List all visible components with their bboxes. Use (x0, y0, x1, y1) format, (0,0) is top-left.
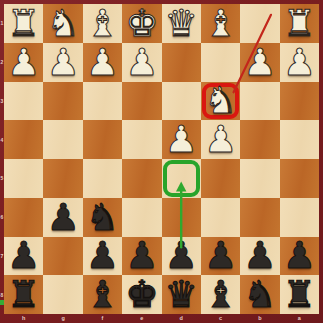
square-c1[interactable]: ♝ (201, 4, 240, 43)
square-c2[interactable] (201, 43, 240, 82)
square-a3[interactable] (280, 82, 319, 121)
square-e6[interactable] (122, 198, 161, 237)
square-e4[interactable] (122, 120, 161, 159)
piece-white-pawn[interactable]: ♟ (125, 44, 158, 81)
piece-white-rook[interactable]: ♜ (283, 5, 316, 42)
piece-black-pawn[interactable]: ♟ (243, 237, 276, 274)
piece-white-pawn[interactable]: ♟ (86, 44, 119, 81)
square-a5[interactable] (280, 159, 319, 198)
square-f3[interactable] (83, 82, 122, 121)
square-a2[interactable]: ♟ (280, 43, 319, 82)
piece-black-knight[interactable]: ♞ (86, 199, 119, 236)
square-c3[interactable]: ♞ (201, 82, 240, 121)
square-d5[interactable] (162, 159, 201, 198)
square-f8[interactable]: ♝ (83, 275, 122, 314)
square-c8[interactable]: ♝ (201, 275, 240, 314)
square-h3[interactable] (4, 82, 43, 121)
square-g1[interactable]: ♞ (43, 4, 82, 43)
square-d3[interactable] (162, 82, 201, 121)
piece-black-pawn[interactable]: ♟ (204, 237, 237, 274)
square-b5[interactable] (240, 159, 279, 198)
square-h4[interactable] (4, 120, 43, 159)
square-h6[interactable] (4, 198, 43, 237)
square-g5[interactable] (43, 159, 82, 198)
piece-white-pawn[interactable]: ♟ (243, 44, 276, 81)
piece-white-pawn[interactable]: ♟ (46, 44, 79, 81)
square-h2[interactable]: ♟ (4, 43, 43, 82)
square-g7[interactable] (43, 237, 82, 276)
square-d7[interactable]: ♟ (162, 237, 201, 276)
piece-white-knight[interactable]: ♞ (46, 5, 79, 42)
square-f2[interactable]: ♟ (83, 43, 122, 82)
square-g8[interactable] (43, 275, 82, 314)
square-f5[interactable] (83, 159, 122, 198)
square-a6[interactable] (280, 198, 319, 237)
square-f4[interactable] (83, 120, 122, 159)
piece-white-rook[interactable]: ♜ (7, 5, 40, 42)
piece-black-bishop[interactable]: ♝ (204, 276, 237, 313)
square-e3[interactable] (122, 82, 161, 121)
square-a8[interactable]: ♜ (280, 275, 319, 314)
piece-black-bishop[interactable]: ♝ (86, 276, 119, 313)
rank-label-1: 1 (1, 21, 4, 26)
piece-black-queen[interactable]: ♛ (165, 276, 198, 313)
file-label-h: h (22, 316, 25, 322)
piece-black-king[interactable]: ♚ (125, 276, 158, 313)
square-g4[interactable] (43, 120, 82, 159)
square-b7[interactable]: ♟ (240, 237, 279, 276)
square-h8[interactable]: ♜ (4, 275, 43, 314)
piece-white-pawn[interactable]: ♟ (165, 121, 198, 158)
piece-white-pawn[interactable]: ♟ (204, 121, 237, 158)
piece-black-rook[interactable]: ♜ (7, 276, 40, 313)
square-b6[interactable] (240, 198, 279, 237)
piece-black-pawn[interactable]: ♟ (86, 237, 119, 274)
rank-label-8: 8 (1, 292, 4, 297)
piece-black-pawn[interactable]: ♟ (7, 237, 40, 274)
file-label-g: g (61, 316, 64, 322)
piece-white-king[interactable]: ♚ (125, 5, 158, 42)
square-d8[interactable]: ♛ (162, 275, 201, 314)
square-e2[interactable]: ♟ (122, 43, 161, 82)
square-c5[interactable] (201, 159, 240, 198)
piece-white-pawn[interactable]: ♟ (283, 44, 316, 81)
file-label-c: c (219, 316, 222, 322)
piece-black-pawn[interactable]: ♟ (125, 237, 158, 274)
piece-white-knight[interactable]: ♞ (204, 82, 237, 119)
rank-label-3: 3 (1, 98, 4, 103)
piece-black-rook[interactable]: ♜ (283, 276, 316, 313)
square-b8[interactable]: ♞ (240, 275, 279, 314)
square-e7[interactable]: ♟ (122, 237, 161, 276)
piece-white-queen[interactable]: ♛ (165, 5, 198, 42)
square-e8[interactable]: ♚ (122, 275, 161, 314)
square-f1[interactable]: ♝ (83, 4, 122, 43)
rank-label-6: 6 (1, 215, 4, 220)
square-h1[interactable]: ♜ (4, 4, 43, 43)
square-g3[interactable] (43, 82, 82, 121)
square-g6[interactable]: ♟ (43, 198, 82, 237)
rank-label-7: 7 (1, 253, 4, 258)
square-b3[interactable] (240, 82, 279, 121)
piece-white-pawn[interactable]: ♟ (7, 44, 40, 81)
square-d4[interactable]: ♟ (162, 120, 201, 159)
square-a7[interactable]: ♟ (280, 237, 319, 276)
piece-white-bishop[interactable]: ♝ (204, 5, 237, 42)
piece-black-pawn[interactable]: ♟ (165, 237, 198, 274)
piece-black-knight[interactable]: ♞ (243, 276, 276, 313)
file-label-e: e (140, 316, 143, 322)
square-c7[interactable]: ♟ (201, 237, 240, 276)
square-e1[interactable]: ♚ (122, 4, 161, 43)
square-e5[interactable] (122, 159, 161, 198)
square-c6[interactable] (201, 198, 240, 237)
square-a4[interactable] (280, 120, 319, 159)
rank-label-2: 2 (1, 60, 4, 65)
square-d1[interactable]: ♛ (162, 4, 201, 43)
chess-board: ♜♞♝♚♛♝♜♟♟♟♟♟♟♞♟♟♟♞♟♟♟♟♟♟♟♜♝♚♛♝♞♜ (4, 4, 319, 314)
file-label-b: b (258, 316, 261, 322)
square-a1[interactable]: ♜ (280, 4, 319, 43)
square-b4[interactable] (240, 120, 279, 159)
highlight-d5 (163, 160, 200, 197)
square-f7[interactable]: ♟ (83, 237, 122, 276)
square-f6[interactable]: ♞ (83, 198, 122, 237)
chess-app-window: ♜♞♝♚♛♝♜♟♟♟♟♟♟♞♟♟♟♞♟♟♟♟♟♟♟♜♝♚♛♝♞♜ 1234567… (0, 0, 323, 323)
square-d2[interactable] (162, 43, 201, 82)
square-b1[interactable] (240, 4, 279, 43)
piece-black-pawn[interactable]: ♟ (46, 199, 79, 236)
piece-black-pawn[interactable]: ♟ (283, 237, 316, 274)
piece-white-bishop[interactable]: ♝ (86, 5, 119, 42)
square-b2[interactable]: ♟ (240, 43, 279, 82)
square-h5[interactable] (4, 159, 43, 198)
square-d6[interactable] (162, 198, 201, 237)
file-label-f: f (102, 316, 104, 322)
corner-green-dot (0, 300, 4, 305)
file-label-a: a (298, 316, 301, 322)
square-h7[interactable]: ♟ (4, 237, 43, 276)
rank-label-4: 4 (1, 137, 4, 142)
file-label-d: d (180, 316, 183, 322)
rank-label-5: 5 (1, 176, 4, 181)
square-g2[interactable]: ♟ (43, 43, 82, 82)
square-c4[interactable]: ♟ (201, 120, 240, 159)
